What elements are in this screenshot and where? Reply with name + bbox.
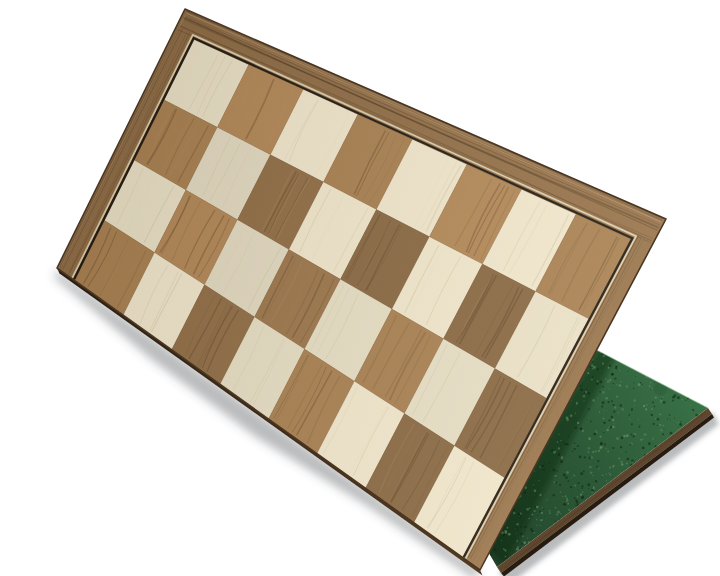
chessboard-scene — [0, 0, 720, 576]
product-photo — [0, 0, 720, 576]
